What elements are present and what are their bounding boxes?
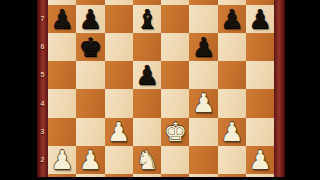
square-d1-sliver bbox=[133, 174, 161, 177]
square-c6[interactable] bbox=[105, 33, 133, 61]
board-frame-left bbox=[37, 0, 48, 177]
square-f2[interactable] bbox=[189, 146, 217, 174]
square-b6[interactable]: ♚ bbox=[76, 33, 104, 61]
square-c1-sliver bbox=[105, 174, 133, 177]
square-e3[interactable]: ♚ bbox=[161, 118, 189, 146]
square-a4[interactable] bbox=[48, 89, 76, 117]
square-a6[interactable] bbox=[48, 33, 76, 61]
square-g4[interactable] bbox=[218, 89, 246, 117]
square-f1-sliver bbox=[189, 174, 217, 177]
white-pawn[interactable]: ♟ bbox=[76, 146, 104, 174]
white-pawn[interactable]: ♟ bbox=[189, 89, 217, 117]
square-g6[interactable] bbox=[218, 33, 246, 61]
white-knight[interactable]: ♞ bbox=[133, 146, 161, 174]
square-h3[interactable] bbox=[246, 118, 274, 146]
rank-label-7: 7 bbox=[37, 15, 48, 23]
square-c4[interactable] bbox=[105, 89, 133, 117]
square-h6[interactable] bbox=[246, 33, 274, 61]
square-g2[interactable] bbox=[218, 146, 246, 174]
square-g3[interactable]: ♟ bbox=[218, 118, 246, 146]
square-a5[interactable] bbox=[48, 61, 76, 89]
square-h1-sliver bbox=[246, 174, 274, 177]
black-pawn[interactable]: ♟ bbox=[246, 5, 274, 33]
square-b5[interactable] bbox=[76, 61, 104, 89]
square-g1-sliver bbox=[218, 174, 246, 177]
square-g5[interactable] bbox=[218, 61, 246, 89]
white-king[interactable]: ♚ bbox=[161, 118, 189, 146]
square-e6[interactable] bbox=[161, 33, 189, 61]
chess-video-frame: ♟♟♝♟♟♚♟♟♟♟♚♟♟♟♞♟ 765432 bbox=[0, 0, 320, 180]
board-frame-right bbox=[274, 0, 285, 177]
square-h5[interactable] bbox=[246, 61, 274, 89]
square-d4[interactable] bbox=[133, 89, 161, 117]
square-d2[interactable]: ♞ bbox=[133, 146, 161, 174]
rank-label-6: 6 bbox=[37, 43, 48, 51]
square-b7[interactable]: ♟ bbox=[76, 5, 104, 33]
square-e7[interactable] bbox=[161, 5, 189, 33]
rank-label-3: 3 bbox=[37, 128, 48, 136]
square-c2[interactable] bbox=[105, 146, 133, 174]
square-a7[interactable]: ♟ bbox=[48, 5, 76, 33]
square-h2[interactable]: ♟ bbox=[246, 146, 274, 174]
square-c7[interactable] bbox=[105, 5, 133, 33]
square-b3[interactable] bbox=[76, 118, 104, 146]
square-b4[interactable] bbox=[76, 89, 104, 117]
rank-label-4: 4 bbox=[37, 100, 48, 108]
square-b1-sliver bbox=[76, 174, 104, 177]
square-f6[interactable]: ♟ bbox=[189, 33, 217, 61]
square-d7[interactable]: ♝ bbox=[133, 5, 161, 33]
chess-board: ♟♟♝♟♟♚♟♟♟♟♚♟♟♟♞♟ bbox=[48, 0, 274, 177]
square-a3[interactable] bbox=[48, 118, 76, 146]
square-a1-sliver bbox=[48, 174, 76, 177]
square-d6[interactable] bbox=[133, 33, 161, 61]
black-pawn[interactable]: ♟ bbox=[48, 5, 76, 33]
square-e2[interactable] bbox=[161, 146, 189, 174]
white-pawn[interactable]: ♟ bbox=[48, 146, 76, 174]
square-c5[interactable] bbox=[105, 61, 133, 89]
square-d5[interactable]: ♟ bbox=[133, 61, 161, 89]
square-a2[interactable]: ♟ bbox=[48, 146, 76, 174]
rank-label-5: 5 bbox=[37, 71, 48, 79]
square-f3[interactable] bbox=[189, 118, 217, 146]
rank-label-2: 2 bbox=[37, 156, 48, 164]
square-e1-sliver bbox=[161, 174, 189, 177]
square-h7[interactable]: ♟ bbox=[246, 5, 274, 33]
black-pawn[interactable]: ♟ bbox=[218, 5, 246, 33]
black-king[interactable]: ♚ bbox=[76, 33, 104, 61]
square-b2[interactable]: ♟ bbox=[76, 146, 104, 174]
black-bishop[interactable]: ♝ bbox=[133, 5, 161, 33]
square-e4[interactable] bbox=[161, 89, 189, 117]
white-pawn[interactable]: ♟ bbox=[218, 118, 246, 146]
black-pawn[interactable]: ♟ bbox=[76, 5, 104, 33]
white-pawn[interactable]: ♟ bbox=[246, 146, 274, 174]
square-e5[interactable] bbox=[161, 61, 189, 89]
square-f4[interactable]: ♟ bbox=[189, 89, 217, 117]
square-h4[interactable] bbox=[246, 89, 274, 117]
square-c3[interactable]: ♟ bbox=[105, 118, 133, 146]
black-pawn[interactable]: ♟ bbox=[189, 33, 217, 61]
white-pawn[interactable]: ♟ bbox=[105, 118, 133, 146]
square-g7[interactable]: ♟ bbox=[218, 5, 246, 33]
black-pawn[interactable]: ♟ bbox=[133, 61, 161, 89]
square-f5[interactable] bbox=[189, 61, 217, 89]
square-f7[interactable] bbox=[189, 5, 217, 33]
square-d3[interactable] bbox=[133, 118, 161, 146]
